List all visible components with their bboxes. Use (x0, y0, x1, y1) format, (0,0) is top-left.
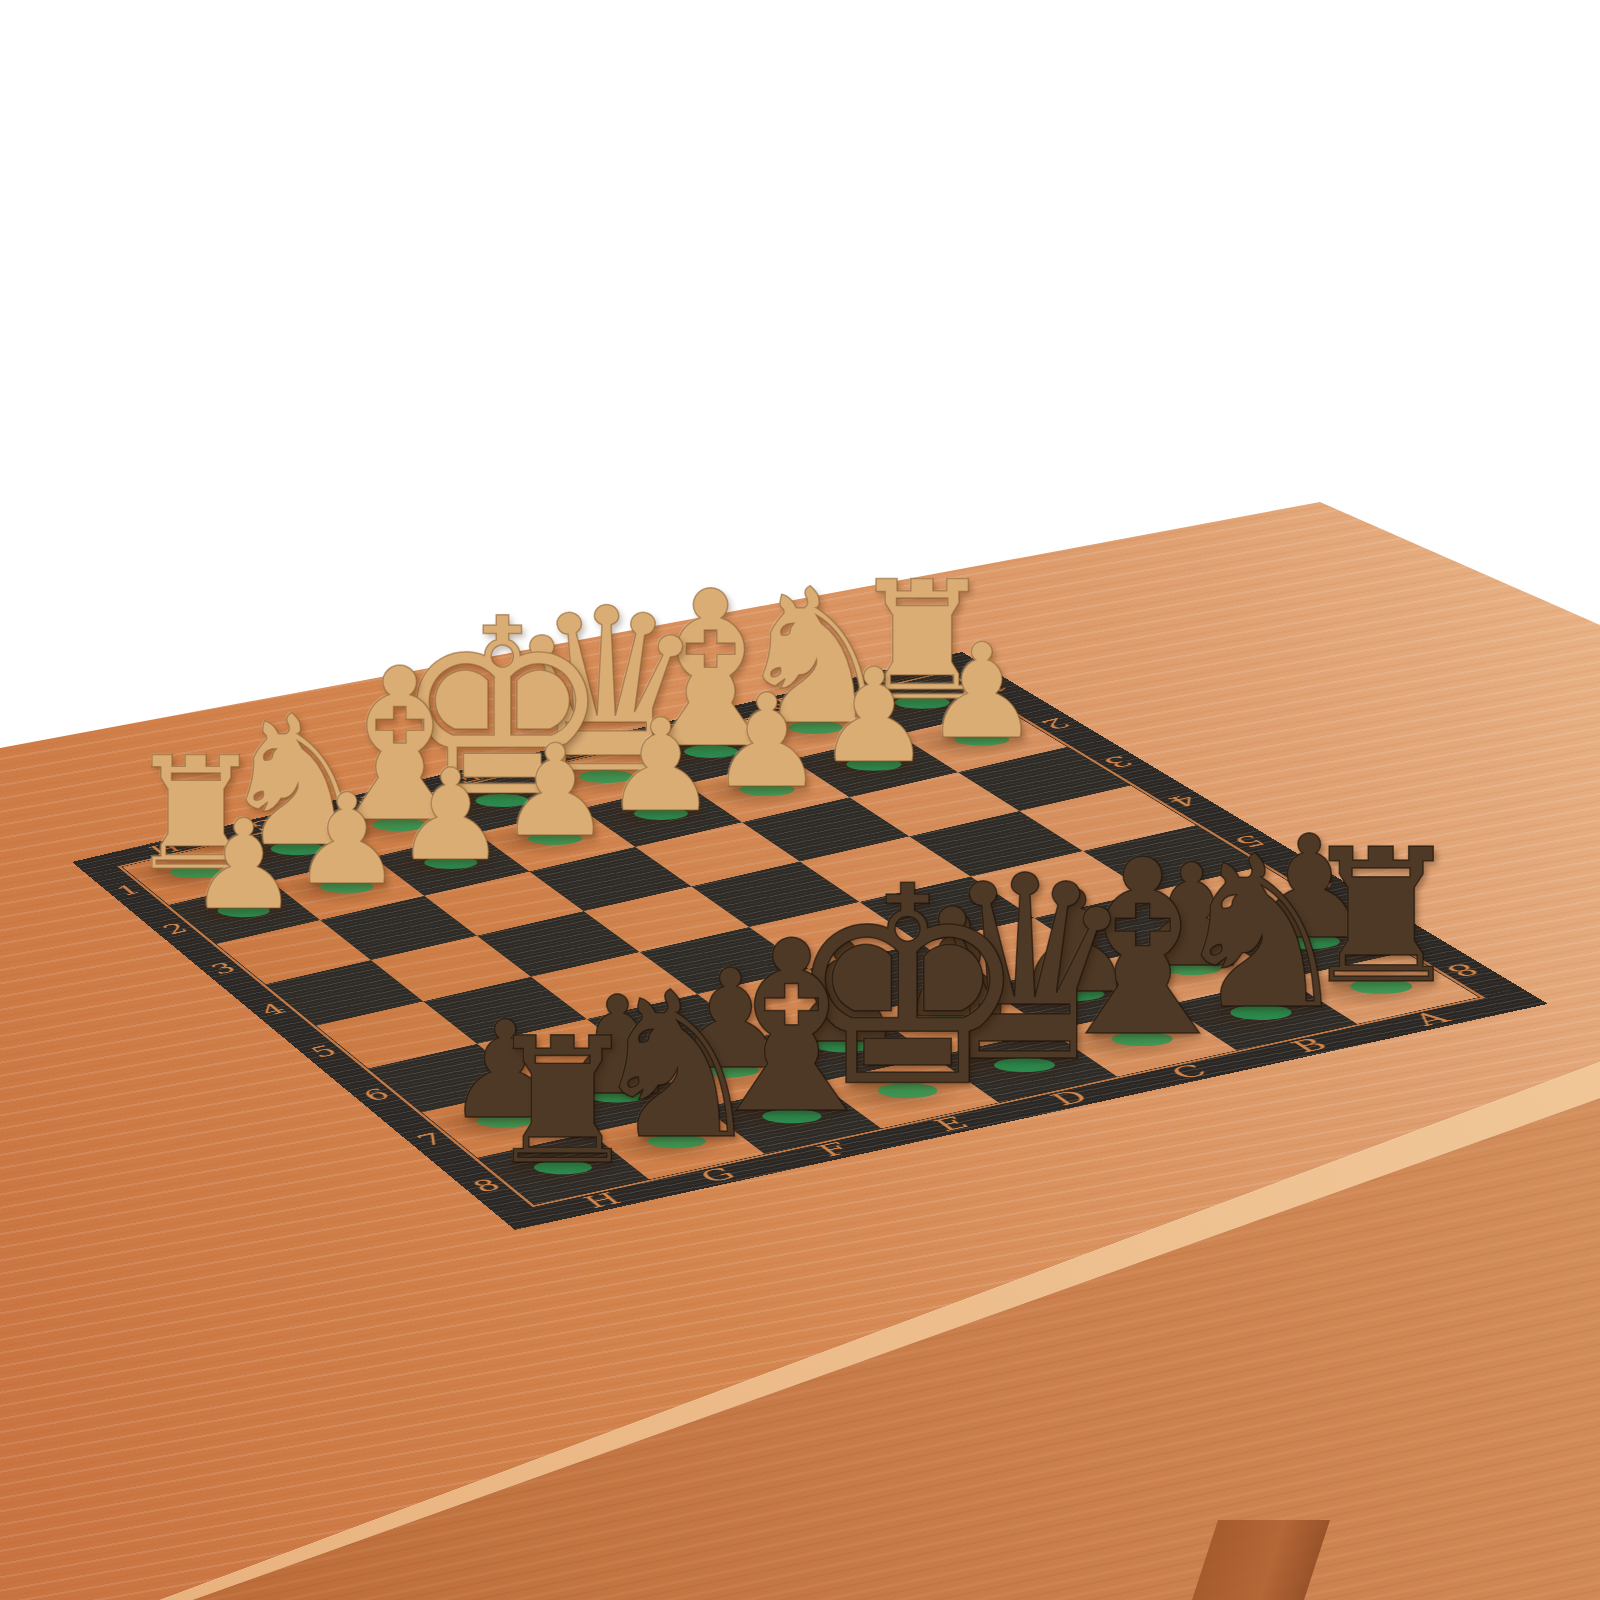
chess-table-photo: 1122334455667788HHGGFFEEDDCCBBAA ♜♞♝♛♚♝♞… (0, 0, 1600, 1600)
